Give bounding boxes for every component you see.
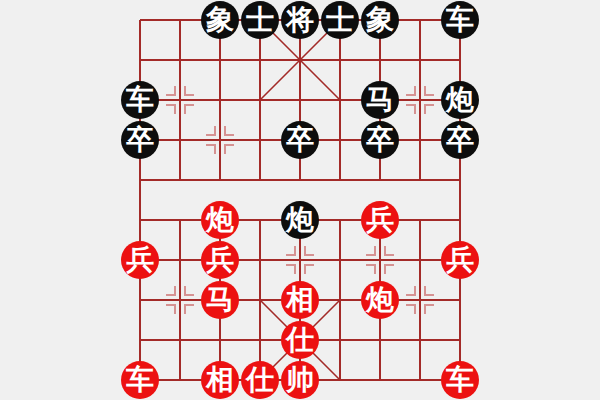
point-marker <box>185 105 194 114</box>
point-marker <box>385 265 394 274</box>
piece-black-horse[interactable]: 马 <box>361 81 399 119</box>
piece-red-soldier[interactable]: 兵 <box>441 241 479 279</box>
point-marker <box>225 126 234 135</box>
piece-red-chariot[interactable]: 车 <box>121 361 159 399</box>
point-marker <box>166 86 175 95</box>
piece-red-soldier[interactable]: 兵 <box>361 201 399 239</box>
point-marker <box>185 286 194 295</box>
point-marker <box>166 286 175 295</box>
piece-black-cannon[interactable]: 炮 <box>281 201 319 239</box>
piece-black-advisor[interactable]: 士 <box>321 1 359 39</box>
point-marker <box>166 305 175 314</box>
piece-black-elephant[interactable]: 象 <box>361 1 399 39</box>
piece-red-elephant[interactable]: 相 <box>281 281 319 319</box>
piece-red-general[interactable]: 帅 <box>281 361 319 399</box>
point-marker <box>425 305 434 314</box>
xiangqi-screenshot: 象士将士象车车马炮卒卒卒卒炮炮兵兵兵兵马相炮仕车相仕帅车 <box>0 0 600 400</box>
point-marker <box>185 305 194 314</box>
piece-red-advisor[interactable]: 仕 <box>241 361 279 399</box>
point-marker <box>406 286 415 295</box>
point-marker <box>385 246 394 255</box>
piece-red-elephant[interactable]: 相 <box>201 361 239 399</box>
point-marker <box>225 145 234 154</box>
point-marker <box>305 265 314 274</box>
point-marker <box>286 246 295 255</box>
point-marker <box>166 105 175 114</box>
piece-red-advisor[interactable]: 仕 <box>281 321 319 359</box>
point-marker <box>206 126 215 135</box>
piece-red-horse[interactable]: 马 <box>201 281 239 319</box>
piece-black-soldier[interactable]: 卒 <box>121 121 159 159</box>
point-marker <box>406 86 415 95</box>
point-marker <box>425 286 434 295</box>
piece-black-elephant[interactable]: 象 <box>201 1 239 39</box>
point-marker <box>185 86 194 95</box>
piece-red-soldier[interactable]: 兵 <box>201 241 239 279</box>
piece-black-chariot[interactable]: 车 <box>121 81 159 119</box>
piece-red-cannon[interactable]: 炮 <box>201 201 239 239</box>
point-marker <box>305 246 314 255</box>
piece-black-advisor[interactable]: 士 <box>241 1 279 39</box>
piece-black-soldier[interactable]: 卒 <box>441 121 479 159</box>
point-marker <box>425 86 434 95</box>
point-marker <box>406 105 415 114</box>
piece-black-chariot[interactable]: 车 <box>441 1 479 39</box>
piece-black-soldier[interactable]: 卒 <box>361 121 399 159</box>
piece-black-cannon[interactable]: 炮 <box>441 81 479 119</box>
piece-red-soldier[interactable]: 兵 <box>121 241 159 279</box>
point-marker <box>406 305 415 314</box>
point-marker <box>366 246 375 255</box>
point-marker <box>286 265 295 274</box>
piece-red-cannon[interactable]: 炮 <box>361 281 399 319</box>
piece-black-general[interactable]: 将 <box>281 1 319 39</box>
point-marker <box>366 265 375 274</box>
piece-black-soldier[interactable]: 卒 <box>281 121 319 159</box>
point-marker <box>206 145 215 154</box>
point-marker <box>425 105 434 114</box>
piece-red-chariot[interactable]: 车 <box>441 361 479 399</box>
